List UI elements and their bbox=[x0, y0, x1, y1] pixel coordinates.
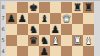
square-f8[interactable] bbox=[61, 2, 72, 13]
piece-black-pawn: ♟ bbox=[51, 24, 60, 35]
square-e4[interactable] bbox=[50, 46, 61, 56]
square-h8[interactable]: ♜ bbox=[83, 2, 94, 13]
piece-white-rook: ♜ bbox=[73, 35, 82, 46]
square-g7[interactable] bbox=[72, 13, 83, 24]
square-d7[interactable]: ♝ bbox=[39, 13, 50, 24]
square-a7[interactable]: ♟ bbox=[6, 13, 17, 24]
piece-white-bishop: ♝ bbox=[51, 35, 60, 46]
square-d4[interactable]: ♟ bbox=[39, 46, 50, 56]
chess-diagram: 87654 ♚♜♜♟♟♝♛♞♟♛♞♝♜♝♟ bbox=[0, 0, 100, 56]
square-b6[interactable] bbox=[17, 24, 28, 35]
square-f4[interactable] bbox=[61, 46, 72, 56]
square-f5[interactable] bbox=[61, 35, 72, 46]
piece-black-king: ♚ bbox=[29, 2, 38, 13]
square-h7[interactable] bbox=[83, 13, 94, 24]
piece-black-queen: ♛ bbox=[29, 35, 38, 46]
piece-black-pawn: ♟ bbox=[18, 13, 27, 24]
square-e6[interactable]: ♟ bbox=[50, 24, 61, 35]
square-d8[interactable] bbox=[39, 2, 50, 13]
square-e8[interactable] bbox=[50, 2, 61, 13]
square-c4[interactable] bbox=[28, 46, 39, 56]
chess-board: ♚♜♜♟♟♝♛♞♟♛♞♝♜♝♟ bbox=[6, 2, 94, 56]
square-g8[interactable]: ♜ bbox=[72, 2, 83, 13]
square-b7[interactable]: ♟ bbox=[17, 13, 28, 24]
piece-black-bishop: ♝ bbox=[40, 13, 49, 24]
square-c8[interactable]: ♚ bbox=[28, 2, 39, 13]
square-a4[interactable] bbox=[6, 46, 17, 56]
square-c6[interactable]: ♞ bbox=[28, 24, 39, 35]
piece-black-rook: ♜ bbox=[73, 2, 82, 13]
piece-black-pawn: ♟ bbox=[40, 46, 49, 56]
square-b5[interactable] bbox=[17, 35, 28, 46]
square-h6[interactable] bbox=[83, 24, 94, 35]
piece-black-knight: ♞ bbox=[40, 35, 49, 46]
square-e7[interactable] bbox=[50, 13, 61, 24]
piece-black-knight: ♞ bbox=[29, 24, 38, 35]
square-a6[interactable] bbox=[6, 24, 17, 35]
square-h4[interactable] bbox=[83, 46, 94, 56]
square-f6[interactable] bbox=[61, 24, 72, 35]
square-a8[interactable] bbox=[6, 2, 17, 13]
square-h5[interactable]: ♝ bbox=[83, 35, 94, 46]
piece-black-rook: ♜ bbox=[84, 2, 93, 13]
square-f7[interactable]: ♛ bbox=[61, 13, 72, 24]
piece-white-bishop: ♝ bbox=[84, 35, 93, 46]
square-d6[interactable] bbox=[39, 24, 50, 35]
square-d5[interactable]: ♞ bbox=[39, 35, 50, 46]
square-g5[interactable]: ♜ bbox=[72, 35, 83, 46]
square-g6[interactable] bbox=[72, 24, 83, 35]
square-e5[interactable]: ♝ bbox=[50, 35, 61, 46]
square-a5[interactable] bbox=[6, 35, 17, 46]
piece-black-pawn: ♟ bbox=[7, 13, 16, 24]
square-b4[interactable] bbox=[17, 46, 28, 56]
square-c5[interactable]: ♛ bbox=[28, 35, 39, 46]
square-g4[interactable] bbox=[72, 46, 83, 56]
square-b8[interactable] bbox=[17, 2, 28, 13]
square-c7[interactable] bbox=[28, 13, 39, 24]
piece-white-queen: ♛ bbox=[62, 13, 71, 24]
